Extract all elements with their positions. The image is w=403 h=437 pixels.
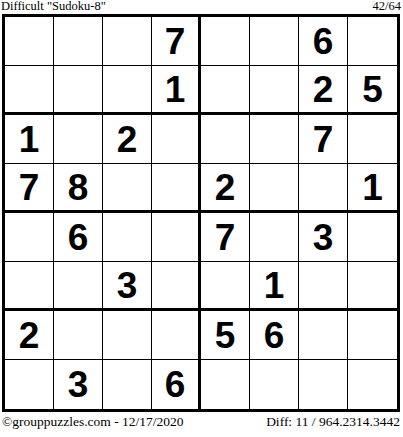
- cell-r2c6[interactable]: [250, 66, 299, 115]
- cell-counter: 42/64: [373, 0, 401, 13]
- cell-r1c4[interactable]: 7: [152, 17, 201, 66]
- cell-r4c2[interactable]: 8: [54, 164, 103, 213]
- difficulty-text: Diff: 11 / 964.2314.3442: [266, 414, 400, 430]
- cell-r5c5[interactable]: 7: [201, 213, 250, 262]
- cell-r6c5[interactable]: [201, 262, 250, 311]
- cell-r8c4[interactable]: 6: [152, 360, 201, 409]
- puzzle-title: Difficult "Sudoku-8": [1, 0, 106, 13]
- cell-r7c7[interactable]: [299, 311, 348, 360]
- cell-r7c1[interactable]: 2: [5, 311, 54, 360]
- cell-r2c2[interactable]: [54, 66, 103, 115]
- cell-r3c7[interactable]: 7: [299, 115, 348, 164]
- cell-r8c3[interactable]: [103, 360, 152, 409]
- cell-r3c6[interactable]: [250, 115, 299, 164]
- cell-r3c2[interactable]: [54, 115, 103, 164]
- cell-r6c8[interactable]: [348, 262, 397, 311]
- copyright-text: ©grouppuzzles.com - 12/17/2020: [2, 414, 184, 430]
- cell-r5c8[interactable]: [348, 213, 397, 262]
- cell-r7c4[interactable]: [152, 311, 201, 360]
- cell-r2c1[interactable]: [5, 66, 54, 115]
- cell-r5c4[interactable]: [152, 213, 201, 262]
- cell-r7c6[interactable]: 6: [250, 311, 299, 360]
- cell-r8c7[interactable]: [299, 360, 348, 409]
- cell-r1c8[interactable]: [348, 17, 397, 66]
- cell-r8c2[interactable]: 3: [54, 360, 103, 409]
- cell-r2c8[interactable]: 5: [348, 66, 397, 115]
- cell-r5c1[interactable]: [5, 213, 54, 262]
- cell-r1c3[interactable]: [103, 17, 152, 66]
- cell-r1c2[interactable]: [54, 17, 103, 66]
- cell-r3c3[interactable]: 2: [103, 115, 152, 164]
- cell-r4c1[interactable]: 7: [5, 164, 54, 213]
- cell-r6c2[interactable]: [54, 262, 103, 311]
- footer: ©grouppuzzles.com - 12/17/2020 Diff: 11 …: [2, 414, 400, 430]
- cell-r1c1[interactable]: [5, 17, 54, 66]
- cell-r1c6[interactable]: [250, 17, 299, 66]
- cell-r3c1[interactable]: 1: [5, 115, 54, 164]
- cell-r3c8[interactable]: [348, 115, 397, 164]
- cell-r8c5[interactable]: [201, 360, 250, 409]
- cell-r8c8[interactable]: [348, 360, 397, 409]
- sudoku-board: 7612512778216733125636: [2, 14, 400, 412]
- cell-r7c5[interactable]: 5: [201, 311, 250, 360]
- cell-r4c3[interactable]: [103, 164, 152, 213]
- cell-r1c7[interactable]: 6: [299, 17, 348, 66]
- cell-r5c6[interactable]: [250, 213, 299, 262]
- cell-r2c3[interactable]: [103, 66, 152, 115]
- cell-r4c4[interactable]: [152, 164, 201, 213]
- cell-r6c6[interactable]: 1: [250, 262, 299, 311]
- header: Difficult "Sudoku-8" 42/64: [1, 0, 401, 13]
- cell-r5c7[interactable]: 3: [299, 213, 348, 262]
- cell-r4c5[interactable]: 2: [201, 164, 250, 213]
- cell-r2c5[interactable]: [201, 66, 250, 115]
- cell-r7c2[interactable]: [54, 311, 103, 360]
- cell-r6c4[interactable]: [152, 262, 201, 311]
- cell-r2c4[interactable]: 1: [152, 66, 201, 115]
- cell-r3c5[interactable]: [201, 115, 250, 164]
- cell-r5c2[interactable]: 6: [54, 213, 103, 262]
- cell-r2c7[interactable]: 2: [299, 66, 348, 115]
- cell-r4c6[interactable]: [250, 164, 299, 213]
- cell-r6c3[interactable]: 3: [103, 262, 152, 311]
- cell-r4c8[interactable]: 1: [348, 164, 397, 213]
- cell-r3c4[interactable]: [152, 115, 201, 164]
- cell-r8c6[interactable]: [250, 360, 299, 409]
- cell-r5c3[interactable]: [103, 213, 152, 262]
- cell-r1c5[interactable]: [201, 17, 250, 66]
- cell-r4c7[interactable]: [299, 164, 348, 213]
- cell-r6c1[interactable]: [5, 262, 54, 311]
- cell-r6c7[interactable]: [299, 262, 348, 311]
- cell-r7c3[interactable]: [103, 311, 152, 360]
- cell-r7c8[interactable]: [348, 311, 397, 360]
- cell-r8c1[interactable]: [5, 360, 54, 409]
